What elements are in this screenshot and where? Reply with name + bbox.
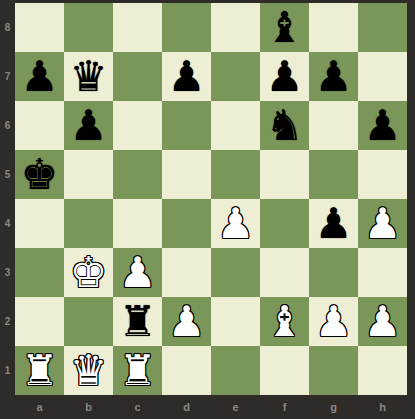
square-d3[interactable] [162, 248, 211, 297]
file-label-a: a [15, 395, 64, 419]
square-g3[interactable] [309, 248, 358, 297]
square-b5[interactable] [64, 150, 113, 199]
square-f2[interactable]: ♝ [260, 297, 309, 346]
file-label-e: e [211, 395, 260, 419]
square-g5[interactable] [309, 150, 358, 199]
rank-label-1: 1 [0, 346, 15, 395]
square-d7[interactable]: ♟ [162, 52, 211, 101]
piece-black-pawn[interactable]: ♟ [309, 199, 358, 248]
square-g8[interactable] [309, 3, 358, 52]
piece-black-queen[interactable]: ♛ [64, 52, 113, 101]
square-e7[interactable] [211, 52, 260, 101]
piece-white-pawn[interactable]: ♟ [358, 297, 407, 346]
square-h1[interactable] [358, 346, 407, 395]
square-b7[interactable]: ♛ [64, 52, 113, 101]
file-label-d: d [162, 395, 211, 419]
rank-label-5: 5 [0, 150, 15, 199]
rank-coordinates: 87654321 [0, 3, 15, 395]
square-h5[interactable] [358, 150, 407, 199]
piece-white-pawn[interactable]: ♟ [358, 199, 407, 248]
square-f4[interactable] [260, 199, 309, 248]
piece-black-knight[interactable]: ♞ [260, 101, 309, 150]
square-g7[interactable]: ♟ [309, 52, 358, 101]
rank-label-2: 2 [0, 297, 15, 346]
square-d4[interactable] [162, 199, 211, 248]
piece-black-pawn[interactable]: ♟ [309, 52, 358, 101]
square-a7[interactable]: ♟ [15, 52, 64, 101]
piece-black-pawn[interactable]: ♟ [358, 101, 407, 150]
piece-white-pawn[interactable]: ♟ [162, 297, 211, 346]
square-e4[interactable]: ♟ [211, 199, 260, 248]
square-h6[interactable]: ♟ [358, 101, 407, 150]
square-c1[interactable]: ♜ [113, 346, 162, 395]
square-c2[interactable]: ♜ [113, 297, 162, 346]
file-label-b: b [64, 395, 113, 419]
piece-white-bishop[interactable]: ♝ [260, 297, 309, 346]
file-label-h: h [358, 395, 407, 419]
square-b3[interactable]: ♚ [64, 248, 113, 297]
piece-black-pawn[interactable]: ♟ [162, 52, 211, 101]
square-g6[interactable] [309, 101, 358, 150]
piece-white-king[interactable]: ♚ [64, 248, 113, 297]
square-f6[interactable]: ♞ [260, 101, 309, 150]
square-h2[interactable]: ♟ [358, 297, 407, 346]
square-b4[interactable] [64, 199, 113, 248]
file-label-g: g [309, 395, 358, 419]
square-g1[interactable] [309, 346, 358, 395]
square-a1[interactable]: ♜ [15, 346, 64, 395]
square-a4[interactable] [15, 199, 64, 248]
piece-black-pawn[interactable]: ♟ [260, 52, 309, 101]
rank-label-7: 7 [0, 52, 15, 101]
square-g2[interactable]: ♟ [309, 297, 358, 346]
square-c8[interactable] [113, 3, 162, 52]
square-h7[interactable] [358, 52, 407, 101]
square-d5[interactable] [162, 150, 211, 199]
piece-white-pawn[interactable]: ♟ [309, 297, 358, 346]
square-c7[interactable] [113, 52, 162, 101]
square-e6[interactable] [211, 101, 260, 150]
piece-white-rook[interactable]: ♜ [113, 346, 162, 395]
rank-label-3: 3 [0, 248, 15, 297]
square-d8[interactable] [162, 3, 211, 52]
piece-black-king[interactable]: ♚ [15, 150, 64, 199]
square-f8[interactable]: ♝ [260, 3, 309, 52]
square-b8[interactable] [64, 3, 113, 52]
square-h4[interactable]: ♟ [358, 199, 407, 248]
square-f7[interactable]: ♟ [260, 52, 309, 101]
rank-label-6: 6 [0, 101, 15, 150]
square-f5[interactable] [260, 150, 309, 199]
file-coordinates: abcdefgh [15, 395, 407, 419]
square-e5[interactable] [211, 150, 260, 199]
file-label-c: c [113, 395, 162, 419]
piece-white-pawn[interactable]: ♟ [211, 199, 260, 248]
square-e8[interactable] [211, 3, 260, 52]
square-c6[interactable] [113, 101, 162, 150]
board: ♝♟♛♟♟♟♟♞♟♚♟♟♟♚♟♜♟♝♟♟♜♛♜ [15, 3, 407, 395]
square-a6[interactable] [15, 101, 64, 150]
file-label-f: f [260, 395, 309, 419]
rank-label-8: 8 [0, 3, 15, 52]
square-e2[interactable] [211, 297, 260, 346]
square-b6[interactable]: ♟ [64, 101, 113, 150]
square-c4[interactable] [113, 199, 162, 248]
square-b1[interactable]: ♛ [64, 346, 113, 395]
square-c3[interactable]: ♟ [113, 248, 162, 297]
piece-black-bishop[interactable]: ♝ [260, 3, 309, 52]
square-e1[interactable] [211, 346, 260, 395]
square-d1[interactable] [162, 346, 211, 395]
square-a2[interactable] [15, 297, 64, 346]
square-d6[interactable] [162, 101, 211, 150]
square-a3[interactable] [15, 248, 64, 297]
piece-white-rook[interactable]: ♜ [15, 346, 64, 395]
square-h8[interactable] [358, 3, 407, 52]
square-g4[interactable]: ♟ [309, 199, 358, 248]
piece-white-queen[interactable]: ♛ [64, 346, 113, 395]
square-f3[interactable] [260, 248, 309, 297]
piece-black-pawn[interactable]: ♟ [15, 52, 64, 101]
square-d2[interactable]: ♟ [162, 297, 211, 346]
square-c5[interactable] [113, 150, 162, 199]
chess-board-frame: 87654321 ♝♟♛♟♟♟♟♞♟♚♟♟♟♚♟♜♟♝♟♟♜♛♜ abcdefg… [0, 0, 415, 419]
piece-black-pawn[interactable]: ♟ [64, 101, 113, 150]
rank-label-4: 4 [0, 199, 15, 248]
piece-white-pawn[interactable]: ♟ [113, 248, 162, 297]
square-e3[interactable] [211, 248, 260, 297]
square-b2[interactable] [64, 297, 113, 346]
square-h3[interactable] [358, 248, 407, 297]
piece-black-rook[interactable]: ♜ [113, 297, 162, 346]
square-f1[interactable] [260, 346, 309, 395]
square-a8[interactable] [15, 3, 64, 52]
square-a5[interactable]: ♚ [15, 150, 64, 199]
